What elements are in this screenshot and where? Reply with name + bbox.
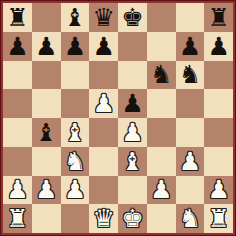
square-c6[interactable]	[61, 61, 90, 90]
square-e5[interactable]: ♟	[118, 89, 147, 118]
square-f8[interactable]	[147, 3, 176, 32]
square-f2[interactable]: ♟	[147, 176, 176, 205]
square-e2[interactable]	[118, 176, 147, 205]
square-c1[interactable]	[61, 204, 90, 233]
square-g6[interactable]: ♞	[176, 61, 205, 90]
white-queen: ♛	[92, 206, 114, 231]
square-h8[interactable]: ♜	[204, 3, 233, 32]
square-h7[interactable]: ♟	[204, 32, 233, 61]
square-f5[interactable]	[147, 89, 176, 118]
square-h2[interactable]: ♟	[204, 176, 233, 205]
white-pawn: ♟	[121, 120, 143, 145]
square-a8[interactable]: ♜	[3, 3, 32, 32]
square-c2[interactable]: ♟	[61, 176, 90, 205]
square-c4[interactable]: ♝	[61, 118, 90, 147]
square-a6[interactable]	[3, 61, 32, 90]
square-h4[interactable]	[204, 118, 233, 147]
square-e4[interactable]: ♟	[118, 118, 147, 147]
white-pawn: ♟	[179, 149, 201, 174]
white-bishop: ♝	[64, 120, 86, 145]
square-b4[interactable]: ♝	[32, 118, 61, 147]
white-pawn: ♟	[6, 177, 28, 202]
square-a7[interactable]: ♟	[3, 32, 32, 61]
square-e1[interactable]: ♚	[118, 204, 147, 233]
square-d5[interactable]: ♟	[89, 89, 118, 118]
square-h6[interactable]	[204, 61, 233, 90]
square-e7[interactable]	[118, 32, 147, 61]
square-b2[interactable]: ♟	[32, 176, 61, 205]
black-pawn: ♟	[92, 34, 114, 59]
black-queen: ♛	[92, 5, 114, 30]
white-pawn: ♟	[35, 177, 57, 202]
black-knight: ♞	[179, 62, 201, 87]
white-pawn: ♟	[64, 177, 86, 202]
square-c8[interactable]: ♝	[61, 3, 90, 32]
square-c3[interactable]: ♞	[61, 147, 90, 176]
white-rook: ♜	[6, 206, 28, 231]
square-a1[interactable]: ♜	[3, 204, 32, 233]
square-h5[interactable]	[204, 89, 233, 118]
black-pawn: ♟	[207, 34, 229, 59]
square-f4[interactable]	[147, 118, 176, 147]
white-rook: ♜	[207, 206, 229, 231]
square-c7[interactable]: ♟	[61, 32, 90, 61]
square-g1[interactable]: ♞	[176, 204, 205, 233]
square-a4[interactable]	[3, 118, 32, 147]
square-b3[interactable]	[32, 147, 61, 176]
white-pawn: ♟	[92, 91, 114, 116]
square-b5[interactable]	[32, 89, 61, 118]
white-pawn: ♟	[150, 177, 172, 202]
square-f6[interactable]: ♞	[147, 61, 176, 90]
black-pawn: ♟	[121, 91, 143, 116]
square-d1[interactable]: ♛	[89, 204, 118, 233]
square-a2[interactable]: ♟	[3, 176, 32, 205]
black-pawn: ♟	[64, 34, 86, 59]
square-d3[interactable]	[89, 147, 118, 176]
square-b6[interactable]	[32, 61, 61, 90]
black-pawn: ♟	[35, 34, 57, 59]
square-c5[interactable]	[61, 89, 90, 118]
square-e6[interactable]	[118, 61, 147, 90]
white-knight: ♞	[179, 206, 201, 231]
square-g5[interactable]	[176, 89, 205, 118]
black-rook: ♜	[6, 5, 28, 30]
white-king: ♚	[121, 206, 143, 231]
square-d6[interactable]	[89, 61, 118, 90]
square-d7[interactable]: ♟	[89, 32, 118, 61]
black-pawn: ♟	[179, 34, 201, 59]
square-a3[interactable]	[3, 147, 32, 176]
black-king: ♚	[121, 5, 143, 30]
square-f7[interactable]	[147, 32, 176, 61]
white-pawn: ♟	[207, 177, 229, 202]
square-f1[interactable]	[147, 204, 176, 233]
black-rook: ♜	[207, 5, 229, 30]
square-b1[interactable]	[32, 204, 61, 233]
black-pawn: ♟	[6, 34, 28, 59]
square-d4[interactable]	[89, 118, 118, 147]
white-bishop: ♝	[121, 149, 143, 174]
white-knight: ♞	[64, 149, 86, 174]
black-bishop: ♝	[35, 120, 57, 145]
square-b7[interactable]: ♟	[32, 32, 61, 61]
square-e3[interactable]: ♝	[118, 147, 147, 176]
square-g4[interactable]	[176, 118, 205, 147]
square-g7[interactable]: ♟	[176, 32, 205, 61]
square-a5[interactable]	[3, 89, 32, 118]
square-e8[interactable]: ♚	[118, 3, 147, 32]
square-f3[interactable]	[147, 147, 176, 176]
square-d2[interactable]	[89, 176, 118, 205]
black-knight: ♞	[150, 62, 172, 87]
chess-board-frame: ♜♝♛♚♜♟♟♟♟♟♟♞♞♟♟♝♝♟♞♝♟♟♟♟♟♟♜♛♚♞♜	[0, 0, 236, 236]
chess-board: ♜♝♛♚♜♟♟♟♟♟♟♞♞♟♟♝♝♟♞♝♟♟♟♟♟♟♜♛♚♞♜	[3, 3, 233, 233]
square-h1[interactable]: ♜	[204, 204, 233, 233]
square-h3[interactable]	[204, 147, 233, 176]
black-bishop: ♝	[64, 5, 86, 30]
square-g2[interactable]	[176, 176, 205, 205]
square-g8[interactable]	[176, 3, 205, 32]
square-g3[interactable]: ♟	[176, 147, 205, 176]
square-d8[interactable]: ♛	[89, 3, 118, 32]
square-b8[interactable]	[32, 3, 61, 32]
